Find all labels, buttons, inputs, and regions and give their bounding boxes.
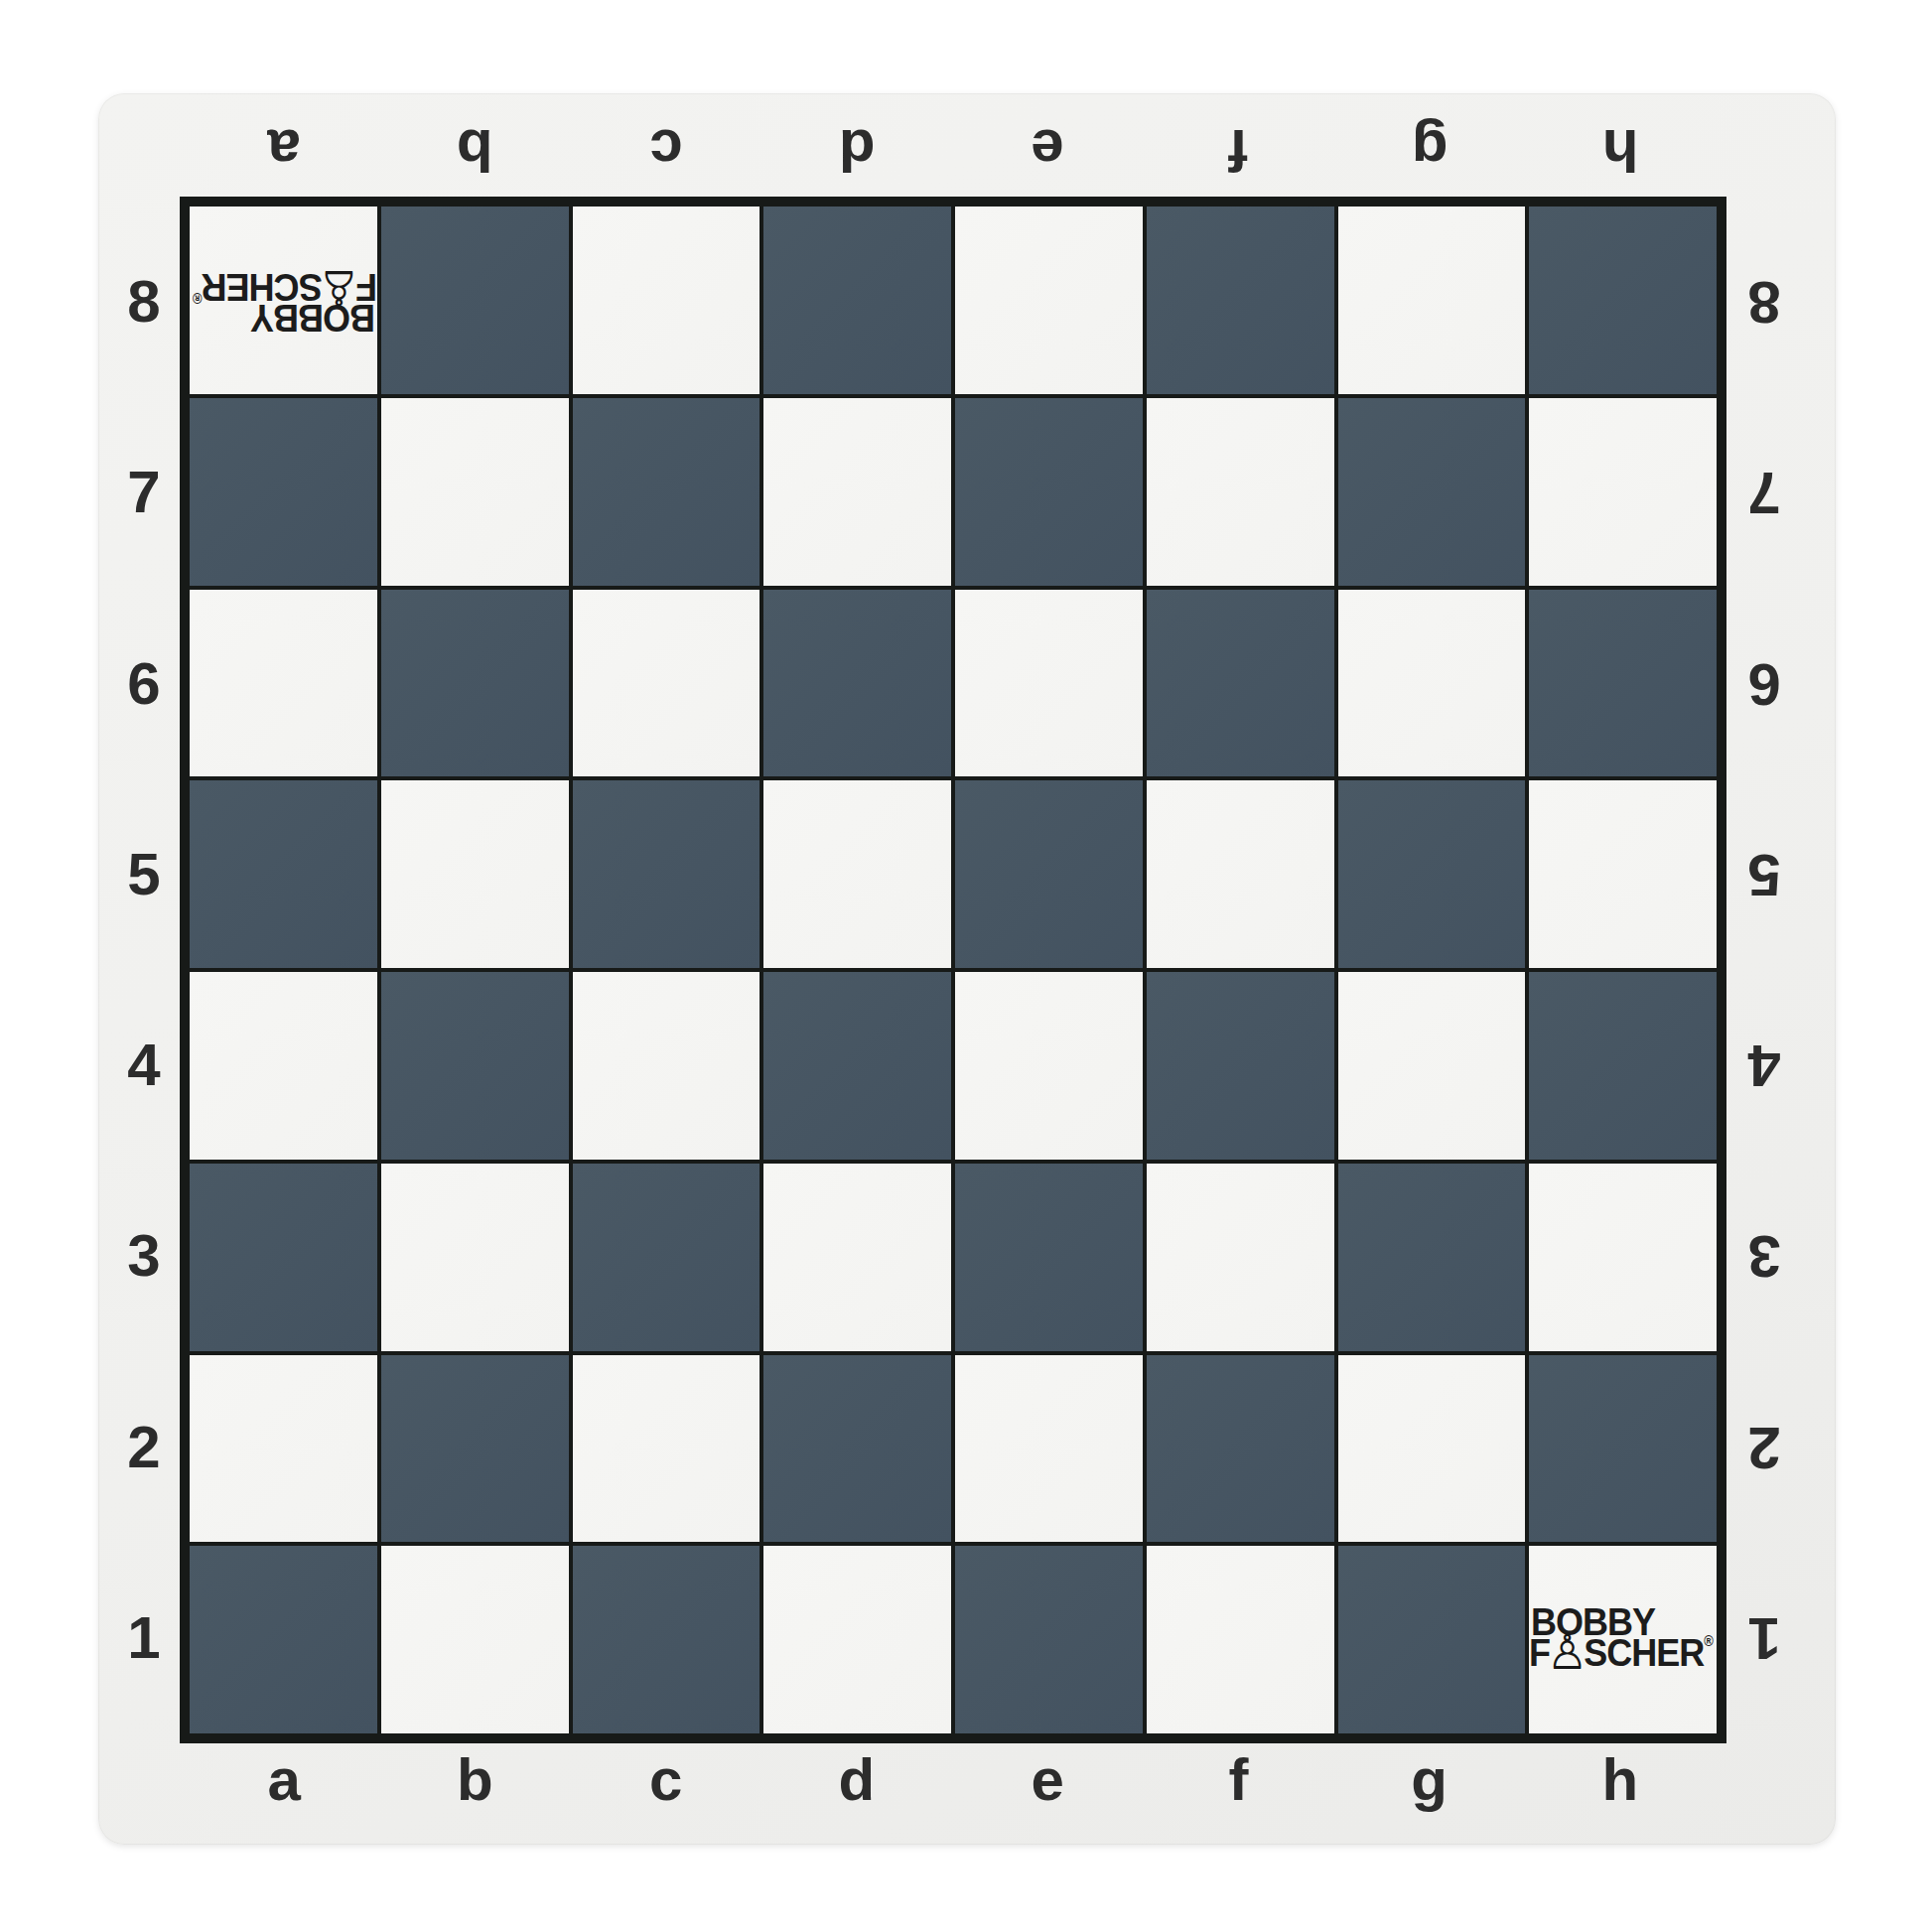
file-label-top-e: e — [952, 115, 1143, 185]
rank-label-left-1: 1 — [108, 1543, 180, 1733]
square-d7[interactable] — [763, 398, 951, 586]
file-label-bottom-b: b — [379, 1745, 570, 1815]
square-h1[interactable] — [1529, 1546, 1717, 1733]
square-a8[interactable] — [190, 207, 377, 394]
rank-label-left-8: 8 — [108, 207, 180, 397]
rank-label-right-1: 1 — [1728, 1543, 1800, 1733]
square-e8[interactable] — [955, 207, 1143, 394]
rank-label-left-3: 3 — [108, 1161, 180, 1351]
file-label-bottom-d: d — [761, 1745, 952, 1815]
file-label-top-a: a — [189, 115, 379, 185]
square-d8[interactable] — [763, 207, 951, 394]
file-label-bottom-g: g — [1334, 1745, 1525, 1815]
file-labels-bottom: abcdefgh — [189, 1745, 1716, 1815]
square-c7[interactable] — [573, 398, 760, 586]
square-b7[interactable] — [381, 398, 569, 586]
rank-labels-left: 87654321 — [108, 207, 180, 1733]
square-g7[interactable] — [1338, 398, 1526, 586]
square-h3[interactable] — [1529, 1164, 1717, 1351]
square-g2[interactable] — [1338, 1355, 1526, 1543]
square-h8[interactable] — [1529, 207, 1717, 394]
square-d3[interactable] — [763, 1164, 951, 1351]
square-g4[interactable] — [1338, 972, 1526, 1160]
square-e2[interactable] — [955, 1355, 1143, 1543]
square-c3[interactable] — [573, 1164, 760, 1351]
square-h6[interactable] — [1529, 590, 1717, 777]
rank-label-left-5: 5 — [108, 779, 180, 970]
square-b4[interactable] — [381, 972, 569, 1160]
square-f5[interactable] — [1147, 780, 1334, 968]
square-h2[interactable] — [1529, 1355, 1717, 1543]
square-e1[interactable] — [955, 1546, 1143, 1733]
board-frame: BOBBY F♙SCHER® BOBBY F♙SCHER® — [180, 197, 1726, 1743]
square-e3[interactable] — [955, 1164, 1143, 1351]
square-a3[interactable] — [190, 1164, 377, 1351]
file-labels-top: abcdefgh — [189, 115, 1716, 185]
file-label-bottom-a: a — [189, 1745, 379, 1815]
square-e5[interactable] — [955, 780, 1143, 968]
square-e7[interactable] — [955, 398, 1143, 586]
square-c6[interactable] — [573, 590, 760, 777]
square-g1[interactable] — [1338, 1546, 1526, 1733]
square-e4[interactable] — [955, 972, 1143, 1160]
square-b1[interactable] — [381, 1546, 569, 1733]
square-g6[interactable] — [1338, 590, 1526, 777]
square-d5[interactable] — [763, 780, 951, 968]
square-a4[interactable] — [190, 972, 377, 1160]
square-g5[interactable] — [1338, 780, 1526, 968]
square-c1[interactable] — [573, 1546, 760, 1733]
square-f1[interactable] — [1147, 1546, 1334, 1733]
file-label-top-h: h — [1525, 115, 1716, 185]
rank-label-right-8: 8 — [1728, 207, 1800, 397]
file-label-top-g: g — [1334, 115, 1525, 185]
square-a6[interactable] — [190, 590, 377, 777]
rank-label-left-6: 6 — [108, 589, 180, 779]
square-a5[interactable] — [190, 780, 377, 968]
square-d2[interactable] — [763, 1355, 951, 1543]
square-b3[interactable] — [381, 1164, 569, 1351]
rank-label-right-2: 2 — [1728, 1352, 1800, 1543]
square-d6[interactable] — [763, 590, 951, 777]
rank-label-right-7: 7 — [1728, 397, 1800, 588]
square-a7[interactable] — [190, 398, 377, 586]
square-f6[interactable] — [1147, 590, 1334, 777]
rank-label-right-3: 3 — [1728, 1161, 1800, 1351]
file-label-bottom-e: e — [952, 1745, 1143, 1815]
rank-label-left-7: 7 — [108, 397, 180, 588]
file-label-top-f: f — [1143, 115, 1333, 185]
square-e6[interactable] — [955, 590, 1143, 777]
rank-label-right-6: 6 — [1728, 589, 1800, 779]
file-label-bottom-c: c — [571, 1745, 761, 1815]
square-f2[interactable] — [1147, 1355, 1334, 1543]
square-h4[interactable] — [1529, 972, 1717, 1160]
square-d1[interactable] — [763, 1546, 951, 1733]
vinyl-chess-mat: abcdefgh abcdefgh 87654321 87654321 BOBB… — [98, 93, 1836, 1845]
square-c4[interactable] — [573, 972, 760, 1160]
square-g3[interactable] — [1338, 1164, 1526, 1351]
square-b5[interactable] — [381, 780, 569, 968]
rank-label-right-5: 5 — [1728, 779, 1800, 970]
square-b2[interactable] — [381, 1355, 569, 1543]
rank-label-left-4: 4 — [108, 970, 180, 1161]
rank-label-left-2: 2 — [108, 1352, 180, 1543]
square-f8[interactable] — [1147, 207, 1334, 394]
file-label-top-c: c — [571, 115, 761, 185]
rank-label-right-4: 4 — [1728, 970, 1800, 1161]
file-label-top-d: d — [761, 115, 952, 185]
square-a1[interactable] — [190, 1546, 377, 1733]
square-b6[interactable] — [381, 590, 569, 777]
square-d4[interactable] — [763, 972, 951, 1160]
square-c2[interactable] — [573, 1355, 760, 1543]
board-grid — [190, 207, 1717, 1733]
square-f3[interactable] — [1147, 1164, 1334, 1351]
square-a2[interactable] — [190, 1355, 377, 1543]
square-b8[interactable] — [381, 207, 569, 394]
file-label-top-b: b — [379, 115, 570, 185]
square-c5[interactable] — [573, 780, 760, 968]
file-label-bottom-f: f — [1143, 1745, 1333, 1815]
square-h5[interactable] — [1529, 780, 1717, 968]
rank-labels-right: 87654321 — [1728, 207, 1800, 1733]
square-c8[interactable] — [573, 207, 760, 394]
square-g8[interactable] — [1338, 207, 1526, 394]
file-label-bottom-h: h — [1525, 1745, 1716, 1815]
square-f7[interactable] — [1147, 398, 1334, 586]
square-h7[interactable] — [1529, 398, 1717, 586]
square-f4[interactable] — [1147, 972, 1334, 1160]
